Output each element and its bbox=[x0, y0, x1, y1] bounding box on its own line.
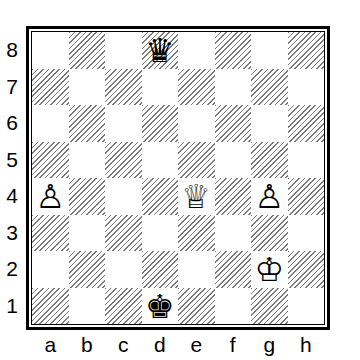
white-queen-e4[interactable]: ♕ bbox=[178, 179, 215, 216]
square-e5[interactable] bbox=[178, 142, 215, 179]
square-h5[interactable] bbox=[288, 142, 325, 179]
square-f8[interactable] bbox=[215, 32, 252, 69]
rank-label-8: 8 bbox=[0, 32, 24, 69]
rank-label-2: 2 bbox=[0, 251, 24, 288]
square-d7[interactable] bbox=[142, 69, 179, 106]
board-inner-border: ♛♙♕♙♔♚ bbox=[31, 31, 325, 325]
white-pawn-a4[interactable]: ♙ bbox=[32, 179, 69, 216]
square-c6[interactable] bbox=[105, 105, 142, 142]
chess-diagram: 87654321 ♛♙♕♙♔♚ abcdefgh bbox=[0, 0, 360, 360]
file-labels: abcdefgh bbox=[32, 331, 324, 359]
square-e1[interactable] bbox=[178, 288, 215, 325]
square-g5[interactable] bbox=[251, 142, 288, 179]
square-g6[interactable] bbox=[251, 105, 288, 142]
rank-label-7: 7 bbox=[0, 69, 24, 106]
chess-board: ♛♙♕♙♔♚ bbox=[32, 32, 324, 324]
square-b4[interactable] bbox=[69, 178, 106, 215]
square-d4[interactable] bbox=[142, 178, 179, 215]
square-g2[interactable]: ♔ bbox=[251, 251, 288, 288]
file-label-c: c bbox=[105, 331, 142, 359]
square-h2[interactable] bbox=[288, 251, 325, 288]
file-label-a: a bbox=[32, 331, 69, 359]
square-c3[interactable] bbox=[105, 215, 142, 252]
square-e4[interactable]: ♕ bbox=[178, 178, 215, 215]
square-g4[interactable]: ♙ bbox=[251, 178, 288, 215]
square-a8[interactable] bbox=[32, 32, 69, 69]
square-e8[interactable] bbox=[178, 32, 215, 69]
square-f5[interactable] bbox=[215, 142, 252, 179]
square-f7[interactable] bbox=[215, 69, 252, 106]
square-f3[interactable] bbox=[215, 215, 252, 252]
square-g7[interactable] bbox=[251, 69, 288, 106]
square-g3[interactable] bbox=[251, 215, 288, 252]
white-king-g2[interactable]: ♔ bbox=[251, 252, 288, 289]
square-e2[interactable] bbox=[178, 251, 215, 288]
square-g1[interactable] bbox=[251, 288, 288, 325]
square-c4[interactable] bbox=[105, 178, 142, 215]
square-d3[interactable] bbox=[142, 215, 179, 252]
square-e3[interactable] bbox=[178, 215, 215, 252]
square-h6[interactable] bbox=[288, 105, 325, 142]
square-b2[interactable] bbox=[69, 251, 106, 288]
rank-label-4: 4 bbox=[0, 178, 24, 215]
square-b8[interactable] bbox=[69, 32, 106, 69]
square-h7[interactable] bbox=[288, 69, 325, 106]
square-b3[interactable] bbox=[69, 215, 106, 252]
file-label-f: f bbox=[215, 331, 252, 359]
square-h4[interactable] bbox=[288, 178, 325, 215]
square-h1[interactable] bbox=[288, 288, 325, 325]
black-queen-d8[interactable]: ♛ bbox=[142, 33, 179, 70]
rank-label-1: 1 bbox=[0, 288, 24, 325]
rank-label-3: 3 bbox=[0, 215, 24, 252]
square-c2[interactable] bbox=[105, 251, 142, 288]
file-label-g: g bbox=[251, 331, 288, 359]
square-b6[interactable] bbox=[69, 105, 106, 142]
square-a6[interactable] bbox=[32, 105, 69, 142]
square-h3[interactable] bbox=[288, 215, 325, 252]
square-d6[interactable] bbox=[142, 105, 179, 142]
file-label-b: b bbox=[69, 331, 106, 359]
square-f1[interactable] bbox=[215, 288, 252, 325]
square-h8[interactable] bbox=[288, 32, 325, 69]
square-f4[interactable] bbox=[215, 178, 252, 215]
file-label-e: e bbox=[178, 331, 215, 359]
square-e6[interactable] bbox=[178, 105, 215, 142]
square-d5[interactable] bbox=[142, 142, 179, 179]
square-a2[interactable] bbox=[32, 251, 69, 288]
square-c8[interactable] bbox=[105, 32, 142, 69]
square-e7[interactable] bbox=[178, 69, 215, 106]
board-frame: ♛♙♕♙♔♚ bbox=[26, 26, 330, 330]
square-c7[interactable] bbox=[105, 69, 142, 106]
rank-labels: 87654321 bbox=[0, 32, 24, 324]
file-label-d: d bbox=[142, 331, 179, 359]
square-d2[interactable] bbox=[142, 251, 179, 288]
square-a7[interactable] bbox=[32, 69, 69, 106]
square-a4[interactable]: ♙ bbox=[32, 178, 69, 215]
rank-label-6: 6 bbox=[0, 105, 24, 142]
square-c1[interactable] bbox=[105, 288, 142, 325]
square-a3[interactable] bbox=[32, 215, 69, 252]
square-d8[interactable]: ♛ bbox=[142, 32, 179, 69]
file-label-h: h bbox=[288, 331, 325, 359]
square-a1[interactable] bbox=[32, 288, 69, 325]
rank-label-5: 5 bbox=[0, 142, 24, 179]
square-f6[interactable] bbox=[215, 105, 252, 142]
square-c5[interactable] bbox=[105, 142, 142, 179]
black-king-d1[interactable]: ♚ bbox=[142, 289, 179, 326]
square-g8[interactable] bbox=[251, 32, 288, 69]
white-pawn-g4[interactable]: ♙ bbox=[251, 179, 288, 216]
square-b1[interactable] bbox=[69, 288, 106, 325]
square-b5[interactable] bbox=[69, 142, 106, 179]
square-b7[interactable] bbox=[69, 69, 106, 106]
square-d1[interactable]: ♚ bbox=[142, 288, 179, 325]
square-a5[interactable] bbox=[32, 142, 69, 179]
square-f2[interactable] bbox=[215, 251, 252, 288]
